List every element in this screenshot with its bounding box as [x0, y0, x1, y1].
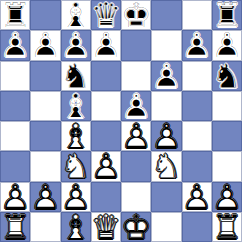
- piece-glyph-fill: ♞: [151, 151, 181, 181]
- piece-glyph-fill: ♝: [61, 212, 91, 242]
- square-e4[interactable]: ♟♙: [121, 121, 151, 151]
- square-e8[interactable]: ♚♔: [121, 0, 151, 30]
- square-g7[interactable]: ♟♙: [182, 30, 212, 60]
- black-pawn: ♟♙: [30, 30, 60, 60]
- black-rook: ♜♖: [0, 0, 30, 30]
- piece-glyph-fill: ♞: [61, 61, 91, 91]
- square-e5[interactable]: ♟♙: [121, 91, 151, 121]
- black-queen: ♛♕: [91, 0, 121, 30]
- square-a2[interactable]: ♟♙: [0, 182, 30, 212]
- piece-glyph-outline: ♗: [61, 0, 91, 30]
- white-rook: ♜♖: [0, 212, 30, 242]
- white-pawn: ♟♙: [182, 182, 212, 212]
- piece-glyph-fill: ♚: [121, 212, 151, 242]
- square-d5[interactable]: [91, 91, 121, 121]
- piece-glyph-fill: ♚: [121, 0, 151, 30]
- square-h2[interactable]: ♟♙: [212, 182, 242, 212]
- square-f6[interactable]: ♟♙: [151, 61, 181, 91]
- piece-glyph-outline: ♘: [151, 151, 181, 181]
- piece-glyph-outline: ♙: [0, 182, 30, 212]
- square-e3[interactable]: [121, 151, 151, 181]
- piece-glyph-fill: ♞: [212, 61, 242, 91]
- black-pawn: ♟♙: [121, 91, 151, 121]
- black-pawn: ♟♙: [91, 30, 121, 60]
- piece-glyph-fill: ♟: [91, 30, 121, 60]
- white-pawn: ♟♙: [212, 182, 242, 212]
- square-d7[interactable]: ♟♙: [91, 30, 121, 60]
- piece-glyph-fill: ♟: [0, 30, 30, 60]
- piece-glyph-outline: ♙: [121, 121, 151, 151]
- piece-glyph-outline: ♙: [91, 30, 121, 60]
- black-pawn: ♟♙: [212, 30, 242, 60]
- square-f1[interactable]: [151, 212, 181, 242]
- piece-glyph-outline: ♙: [212, 182, 242, 212]
- square-d8[interactable]: ♛♕: [91, 0, 121, 30]
- square-e6[interactable]: [121, 61, 151, 91]
- piece-glyph-outline: ♘: [212, 61, 242, 91]
- square-g1[interactable]: [182, 212, 212, 242]
- piece-glyph-outline: ♗: [61, 91, 91, 121]
- piece-glyph-outline: ♙: [182, 182, 212, 212]
- square-g2[interactable]: ♟♙: [182, 182, 212, 212]
- square-d6[interactable]: [91, 61, 121, 91]
- square-d4[interactable]: [91, 121, 121, 151]
- piece-glyph-fill: ♜: [0, 0, 30, 30]
- black-king: ♚♔: [121, 0, 151, 30]
- white-pawn: ♟♙: [121, 121, 151, 151]
- square-a7[interactable]: ♟♙: [0, 30, 30, 60]
- piece-glyph-outline: ♖: [212, 0, 242, 30]
- chess-board: ♜♖♝♗♛♕♚♔♜♖♟♙♟♙♟♙♟♙♟♙♟♙♞♘♟♙♞♘♝♗♟♙♝♗♟♙♟♙♞♘…: [0, 0, 242, 242]
- white-pawn: ♟♙: [151, 121, 181, 151]
- square-f7[interactable]: [151, 30, 181, 60]
- black-pawn: ♟♙: [61, 30, 91, 60]
- square-a1[interactable]: ♜♖: [0, 212, 30, 242]
- piece-glyph-fill: ♛: [91, 212, 121, 242]
- square-d3[interactable]: ♟♙: [91, 151, 121, 181]
- square-h5[interactable]: [212, 91, 242, 121]
- piece-glyph-outline: ♙: [30, 182, 60, 212]
- black-knight: ♞♘: [212, 61, 242, 91]
- piece-glyph-outline: ♙: [30, 30, 60, 60]
- square-e2[interactable]: [121, 182, 151, 212]
- piece-glyph-fill: ♜: [212, 0, 242, 30]
- square-c7[interactable]: ♟♙: [61, 30, 91, 60]
- square-d2[interactable]: [91, 182, 121, 212]
- square-f4[interactable]: ♟♙: [151, 121, 181, 151]
- piece-glyph-fill: ♟: [212, 30, 242, 60]
- square-c2[interactable]: ♟♙: [61, 182, 91, 212]
- piece-glyph-outline: ♖: [0, 0, 30, 30]
- piece-glyph-fill: ♝: [61, 91, 91, 121]
- piece-glyph-outline: ♔: [121, 0, 151, 30]
- piece-glyph-fill: ♟: [0, 182, 30, 212]
- square-b4[interactable]: [30, 121, 60, 151]
- white-knight: ♞♘: [151, 151, 181, 181]
- square-h1[interactable]: ♜♖: [212, 212, 242, 242]
- piece-glyph-fill: ♟: [30, 30, 60, 60]
- square-h8[interactable]: ♜♖: [212, 0, 242, 30]
- square-a6[interactable]: [0, 61, 30, 91]
- square-c3[interactable]: ♞♘: [61, 151, 91, 181]
- square-a4[interactable]: [0, 121, 30, 151]
- piece-glyph-fill: ♛: [91, 0, 121, 30]
- square-f2[interactable]: [151, 182, 181, 212]
- white-pawn: ♟♙: [91, 151, 121, 181]
- square-c1[interactable]: ♝♗: [61, 212, 91, 242]
- piece-glyph-fill: ♝: [61, 0, 91, 30]
- white-pawn: ♟♙: [0, 182, 30, 212]
- square-g5[interactable]: [182, 91, 212, 121]
- piece-glyph-fill: ♟: [151, 121, 181, 151]
- square-g8[interactable]: [182, 0, 212, 30]
- piece-glyph-outline: ♙: [151, 121, 181, 151]
- black-pawn: ♟♙: [182, 30, 212, 60]
- black-rook: ♜♖: [212, 0, 242, 30]
- piece-glyph-outline: ♕: [91, 0, 121, 30]
- square-b5[interactable]: [30, 91, 60, 121]
- square-e1[interactable]: ♚♔: [121, 212, 151, 242]
- black-pawn: ♟♙: [151, 61, 181, 91]
- piece-glyph-outline: ♘: [61, 151, 91, 181]
- piece-glyph-outline: ♙: [182, 30, 212, 60]
- piece-glyph-outline: ♙: [61, 30, 91, 60]
- piece-glyph-fill: ♟: [212, 182, 242, 212]
- square-a3[interactable]: [0, 151, 30, 181]
- piece-glyph-fill: ♟: [61, 182, 91, 212]
- piece-glyph-fill: ♟: [121, 121, 151, 151]
- square-b6[interactable]: [30, 61, 60, 91]
- square-f3[interactable]: ♞♘: [151, 151, 181, 181]
- piece-glyph-outline: ♔: [121, 212, 151, 242]
- piece-glyph-fill: ♞: [61, 151, 91, 181]
- piece-glyph-fill: ♟: [182, 182, 212, 212]
- square-e7[interactable]: [121, 30, 151, 60]
- piece-glyph-outline: ♙: [91, 151, 121, 181]
- white-bishop: ♝♗: [61, 212, 91, 242]
- piece-glyph-fill: ♝: [61, 121, 91, 151]
- black-knight: ♞♘: [61, 61, 91, 91]
- piece-glyph-outline: ♙: [61, 182, 91, 212]
- white-rook: ♜♖: [212, 212, 242, 242]
- square-a8[interactable]: ♜♖: [0, 0, 30, 30]
- square-h4[interactable]: [212, 121, 242, 151]
- piece-glyph-fill: ♜: [0, 212, 30, 242]
- piece-glyph-outline: ♗: [61, 212, 91, 242]
- piece-glyph-outline: ♙: [212, 30, 242, 60]
- square-b2[interactable]: ♟♙: [30, 182, 60, 212]
- square-c4[interactable]: ♝♗: [61, 121, 91, 151]
- square-g3[interactable]: [182, 151, 212, 181]
- black-bishop: ♝♗: [61, 91, 91, 121]
- white-knight: ♞♘: [61, 151, 91, 181]
- square-c6[interactable]: ♞♘: [61, 61, 91, 91]
- black-bishop: ♝♗: [61, 0, 91, 30]
- square-b1[interactable]: [30, 212, 60, 242]
- white-queen: ♛♕: [91, 212, 121, 242]
- piece-glyph-fill: ♟: [91, 151, 121, 181]
- square-h6[interactable]: ♞♘: [212, 61, 242, 91]
- piece-glyph-outline: ♖: [0, 212, 30, 242]
- square-b3[interactable]: [30, 151, 60, 181]
- white-king: ♚♔: [121, 212, 151, 242]
- piece-glyph-outline: ♙: [121, 91, 151, 121]
- square-c5[interactable]: ♝♗: [61, 91, 91, 121]
- piece-glyph-outline: ♘: [61, 61, 91, 91]
- square-g4[interactable]: [182, 121, 212, 151]
- piece-glyph-fill: ♟: [121, 91, 151, 121]
- piece-glyph-fill: ♜: [212, 212, 242, 242]
- white-bishop: ♝♗: [61, 121, 91, 151]
- white-pawn: ♟♙: [61, 182, 91, 212]
- square-a5[interactable]: [0, 91, 30, 121]
- square-d1[interactable]: ♛♕: [91, 212, 121, 242]
- square-b8[interactable]: [30, 0, 60, 30]
- piece-glyph-outline: ♕: [91, 212, 121, 242]
- piece-glyph-fill: ♟: [151, 61, 181, 91]
- square-c8[interactable]: ♝♗: [61, 0, 91, 30]
- black-pawn: ♟♙: [0, 30, 30, 60]
- square-h3[interactable]: [212, 151, 242, 181]
- piece-glyph-fill: ♟: [61, 30, 91, 60]
- square-g6[interactable]: [182, 61, 212, 91]
- square-b7[interactable]: ♟♙: [30, 30, 60, 60]
- piece-glyph-outline: ♙: [151, 61, 181, 91]
- piece-glyph-outline: ♖: [212, 212, 242, 242]
- square-h7[interactable]: ♟♙: [212, 30, 242, 60]
- piece-glyph-outline: ♗: [61, 121, 91, 151]
- piece-glyph-fill: ♟: [182, 30, 212, 60]
- square-f8[interactable]: [151, 0, 181, 30]
- piece-glyph-outline: ♙: [0, 30, 30, 60]
- white-pawn: ♟♙: [30, 182, 60, 212]
- piece-glyph-fill: ♟: [30, 182, 60, 212]
- square-f5[interactable]: [151, 91, 181, 121]
